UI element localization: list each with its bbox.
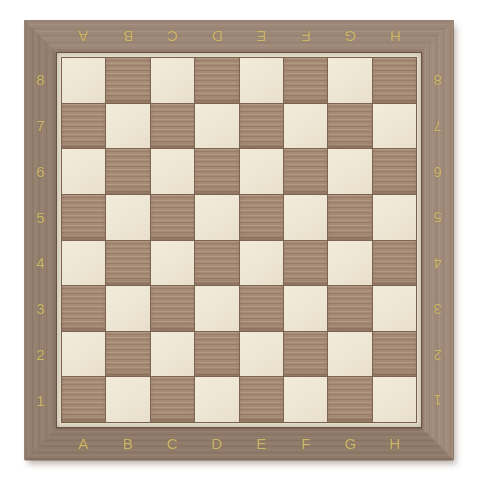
square-g8[interactable] [328,58,371,103]
square-e7[interactable] [240,104,283,149]
rank-labels-right: 87654321 [422,57,453,423]
square-h1[interactable] [373,377,416,422]
file-label-e: E [239,428,284,459]
square-c1[interactable] [151,377,194,422]
rank-label-6: 6 [422,149,453,195]
square-c3[interactable] [151,286,194,331]
rank-label-1: 1 [422,377,453,423]
square-e8[interactable] [240,58,283,103]
rank-label-3: 3 [25,286,56,332]
square-a4[interactable] [62,241,105,286]
rank-label-3: 3 [422,286,453,332]
square-a2[interactable] [62,332,105,377]
rank-label-6: 6 [25,149,56,195]
square-c7[interactable] [151,104,194,149]
square-b3[interactable] [106,286,149,331]
rank-label-4: 4 [422,240,453,286]
file-label-g: G [328,21,373,52]
square-c4[interactable] [151,241,194,286]
square-c2[interactable] [151,332,194,377]
square-b8[interactable] [106,58,149,103]
square-f4[interactable] [284,241,327,286]
square-f1[interactable] [284,377,327,422]
file-label-d: D [195,428,240,459]
photo-background: ABCDEFGH ABCDEFGH 87654321 87654321 [0,0,480,480]
file-label-f: F [284,428,329,459]
square-e6[interactable] [240,149,283,194]
square-h3[interactable] [373,286,416,331]
square-d5[interactable] [195,195,238,240]
square-a3[interactable] [62,286,105,331]
square-b5[interactable] [106,195,149,240]
file-label-a: A [61,428,106,459]
file-labels-bottom: ABCDEFGH [61,428,417,459]
square-a8[interactable] [62,58,105,103]
square-h7[interactable] [373,104,416,149]
rank-label-8: 8 [422,57,453,103]
square-f6[interactable] [284,149,327,194]
square-b6[interactable] [106,149,149,194]
square-e2[interactable] [240,332,283,377]
rank-label-2: 2 [422,332,453,378]
file-label-a: A [61,21,106,52]
square-d1[interactable] [195,377,238,422]
rank-label-5: 5 [422,194,453,240]
file-label-h: H [373,21,418,52]
square-d6[interactable] [195,149,238,194]
square-e4[interactable] [240,241,283,286]
rank-label-4: 4 [25,240,56,286]
square-f3[interactable] [284,286,327,331]
square-c6[interactable] [151,149,194,194]
file-label-e: E [239,21,284,52]
rank-label-8: 8 [25,57,56,103]
square-e1[interactable] [240,377,283,422]
file-label-f: F [284,21,329,52]
square-g2[interactable] [328,332,371,377]
square-d2[interactable] [195,332,238,377]
square-a7[interactable] [62,104,105,149]
square-h2[interactable] [373,332,416,377]
file-label-c: C [150,21,195,52]
square-h8[interactable] [373,58,416,103]
rank-label-1: 1 [25,377,56,423]
file-labels-top: ABCDEFGH [61,21,417,52]
square-g5[interactable] [328,195,371,240]
square-g6[interactable] [328,149,371,194]
square-d3[interactable] [195,286,238,331]
square-e5[interactable] [240,195,283,240]
square-b2[interactable] [106,332,149,377]
square-b4[interactable] [106,241,149,286]
square-b1[interactable] [106,377,149,422]
rank-label-7: 7 [422,103,453,149]
rank-label-2: 2 [25,332,56,378]
square-f2[interactable] [284,332,327,377]
square-d8[interactable] [195,58,238,103]
square-c8[interactable] [151,58,194,103]
file-label-h: H [373,428,418,459]
file-label-g: G [328,428,373,459]
rank-labels-left: 87654321 [25,57,56,423]
square-g4[interactable] [328,241,371,286]
square-b7[interactable] [106,104,149,149]
rank-label-5: 5 [25,194,56,240]
square-h5[interactable] [373,195,416,240]
square-g3[interactable] [328,286,371,331]
square-g1[interactable] [328,377,371,422]
square-c5[interactable] [151,195,194,240]
square-g7[interactable] [328,104,371,149]
square-h6[interactable] [373,149,416,194]
square-d4[interactable] [195,241,238,286]
file-label-b: B [106,428,151,459]
file-label-d: D [195,21,240,52]
square-a5[interactable] [62,195,105,240]
square-d7[interactable] [195,104,238,149]
file-label-c: C [150,428,195,459]
rank-label-7: 7 [25,103,56,149]
square-f7[interactable] [284,104,327,149]
square-a6[interactable] [62,149,105,194]
square-f5[interactable] [284,195,327,240]
square-h4[interactable] [373,241,416,286]
square-f8[interactable] [284,58,327,103]
squares-grid [61,57,417,423]
file-label-b: B [106,21,151,52]
square-e3[interactable] [240,286,283,331]
chess-board: ABCDEFGH ABCDEFGH 87654321 87654321 [25,21,453,459]
square-a1[interactable] [62,377,105,422]
